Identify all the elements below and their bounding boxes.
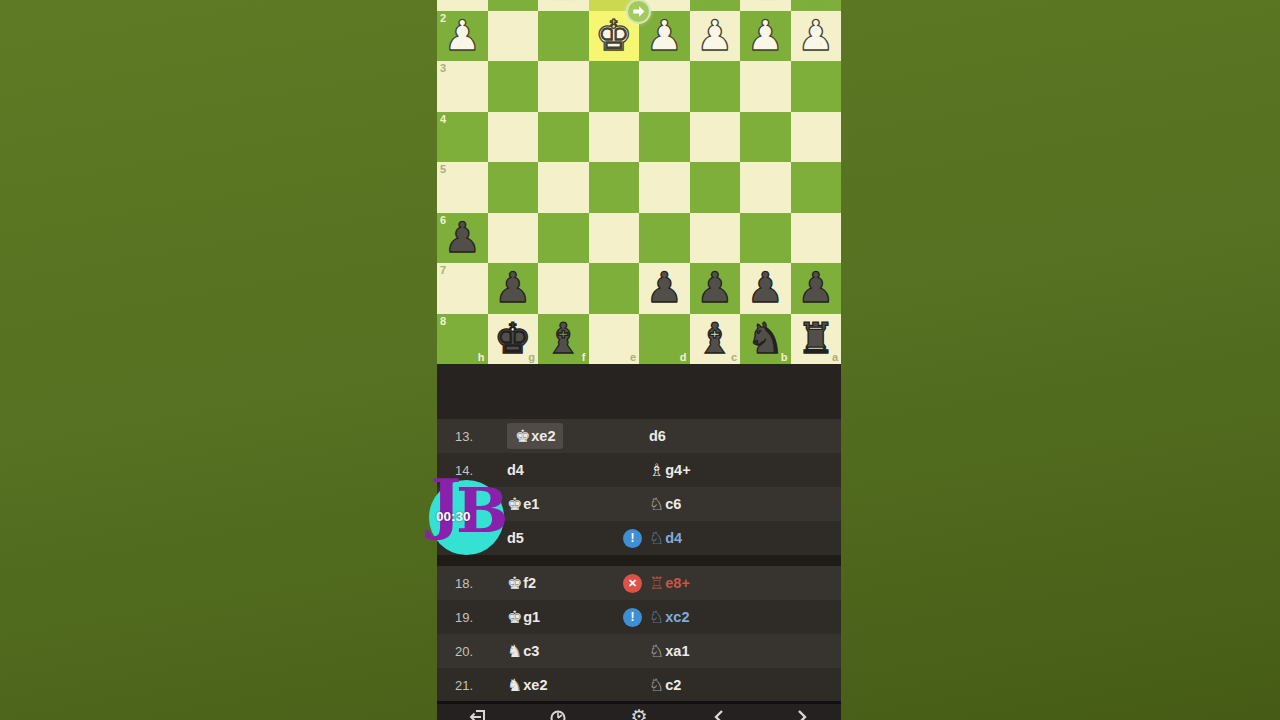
square-h2[interactable]: 2♟ — [437, 11, 488, 62]
square-a1[interactable]: ♜ — [791, 0, 842, 11]
white-move-cell[interactable]: ♚f2 — [495, 573, 623, 593]
piece-black-pawn-c7: ♟ — [690, 263, 741, 313]
figurine-white-n: ♞ — [507, 675, 522, 695]
square-c8[interactable]: c♝ — [690, 314, 741, 365]
square-e3[interactable] — [589, 61, 640, 112]
piece-white-bishop-f1: ♝ — [538, 0, 589, 10]
prev-move-chevron-icon[interactable] — [679, 704, 760, 720]
square-h7[interactable]: 7 — [437, 263, 488, 314]
black-move-cell[interactable]: ♘c2 — [623, 675, 841, 695]
figurine-white-k: ♚ — [507, 573, 522, 593]
square-c5[interactable] — [690, 162, 741, 213]
square-c1[interactable]: ♝ — [690, 0, 741, 11]
square-a6[interactable] — [791, 213, 842, 264]
black-move-cell[interactable]: d6 — [623, 428, 841, 444]
square-d3[interactable] — [639, 61, 690, 112]
annotation-slot: ! — [623, 529, 649, 548]
rank-label-8: 8 — [440, 315, 446, 327]
square-b2[interactable]: ♟ — [740, 11, 791, 62]
square-e5[interactable] — [589, 162, 640, 213]
black-move-cell[interactable]: !♘xc2 — [623, 607, 841, 627]
white-move-cell[interactable]: ♞c3 — [495, 641, 623, 661]
square-h4[interactable]: 4 — [437, 112, 488, 163]
square-a5[interactable] — [791, 162, 842, 213]
square-h8[interactable]: 8h — [437, 314, 488, 365]
move-row-20: 20.♞c3♘xa1 — [437, 634, 841, 668]
piece-black-pawn-b7: ♟ — [740, 263, 791, 313]
next-move-arrow-icon[interactable] — [626, 0, 651, 24]
move-row-21: 21.♞xe2♘c2 — [437, 668, 841, 702]
square-f8[interactable]: f♝ — [538, 314, 589, 365]
figurine-black-n: ♘ — [649, 641, 664, 661]
figurine-white-k: ♚ — [515, 426, 530, 446]
file-label-g: g — [528, 351, 535, 363]
square-f4[interactable] — [538, 112, 589, 163]
move-number: 13. — [437, 429, 495, 444]
move-number: 18. — [437, 576, 495, 591]
good-move-icon: ! — [623, 608, 642, 627]
piece-black-pawn-g7: ♟ — [488, 263, 539, 313]
square-g4[interactable] — [488, 112, 539, 163]
square-a4[interactable] — [791, 112, 842, 163]
square-h1[interactable]: 1 — [437, 0, 488, 11]
piece-white-bishop-c1: ♝ — [690, 0, 741, 10]
phone-screen: 1♝♝♞♜2♟♚♟♟♟♟3456♟7♟♟♟♟♟8hg♚f♝edc♝b♞a♜ 13… — [437, 0, 841, 720]
square-g3[interactable] — [488, 61, 539, 112]
file-label-b: b — [781, 351, 788, 363]
white-move-cell[interactable]: ♞xe2 — [495, 675, 623, 695]
piece-black-pawn-a7: ♟ — [791, 263, 842, 313]
bottom-navbar: ⚙ — [437, 701, 841, 720]
white-move-cell[interactable]: ♚xe2 — [495, 423, 623, 449]
square-d8[interactable]: d — [639, 314, 690, 365]
piece-black-pawn-d7: ♟ — [639, 263, 690, 313]
square-d7[interactable]: ♟ — [639, 263, 690, 314]
rank-label-4: 4 — [440, 113, 446, 125]
white-move-cell[interactable]: d5 — [495, 530, 623, 546]
move-row-19: 19.♚g1!♘xc2 — [437, 600, 841, 634]
black-move-cell[interactable]: ♘xa1 — [623, 641, 841, 661]
file-label-h: h — [478, 351, 485, 363]
settings-gear-icon: ⚙ — [630, 706, 647, 720]
square-c4[interactable] — [690, 112, 741, 163]
figurine-black-n: ♘ — [649, 607, 664, 627]
figurine-black-n: ♘ — [649, 494, 664, 514]
square-d6[interactable] — [639, 213, 690, 264]
next-move-chevron-icon[interactable] — [760, 704, 841, 720]
square-g6[interactable] — [488, 213, 539, 264]
square-a2[interactable]: ♟ — [791, 11, 842, 62]
square-f2[interactable] — [538, 11, 589, 62]
square-f7[interactable] — [538, 263, 589, 314]
rank-label-3: 3 — [440, 62, 446, 74]
black-move-cell[interactable]: ✕♖e8+ — [623, 573, 841, 593]
square-b6[interactable] — [740, 213, 791, 264]
square-b8[interactable]: b♞ — [740, 314, 791, 365]
file-label-d: d — [680, 351, 687, 363]
move-list-top-band — [437, 364, 841, 419]
exit-icon[interactable] — [437, 704, 518, 720]
piece-white-pawn-a2: ♟ — [791, 11, 842, 61]
square-g1[interactable] — [488, 0, 539, 11]
file-label-f: f — [582, 351, 586, 363]
square-f1[interactable]: ♝ — [538, 0, 589, 11]
square-h6[interactable]: 6♟ — [437, 213, 488, 264]
square-a3[interactable] — [791, 61, 842, 112]
square-f5[interactable] — [538, 162, 589, 213]
annotation-slot: ! — [623, 608, 649, 627]
square-g2[interactable] — [488, 11, 539, 62]
file-label-a: a — [832, 351, 838, 363]
square-g7[interactable]: ♟ — [488, 263, 539, 314]
rank-label-5: 5 — [440, 163, 446, 175]
timer-icon[interactable] — [518, 704, 599, 720]
square-f6[interactable] — [538, 213, 589, 264]
figurine-black-b: ♗ — [649, 460, 664, 480]
piece-white-rook-a1: ♜ — [791, 0, 842, 10]
square-a7[interactable]: ♟ — [791, 263, 842, 314]
square-e4[interactable] — [589, 112, 640, 163]
square-c2[interactable]: ♟ — [690, 11, 741, 62]
square-h3[interactable]: 3 — [437, 61, 488, 112]
square-d5[interactable] — [639, 162, 690, 213]
square-e7[interactable] — [589, 263, 640, 314]
square-e8[interactable]: e — [589, 314, 640, 365]
square-a8[interactable]: a♜ — [791, 314, 842, 365]
square-h5[interactable]: 5 — [437, 162, 488, 213]
rank-label-6: 6 — [440, 214, 446, 226]
square-f3[interactable] — [538, 61, 589, 112]
figurine-black-r: ♖ — [649, 573, 664, 593]
move-number: 21. — [437, 678, 495, 693]
move-row-13: 13.♚xe2d6 — [437, 419, 841, 453]
countdown-clock: 00:30 — [436, 509, 471, 524]
white-move-cell[interactable]: d4 — [495, 462, 623, 478]
selected-move-highlight: ♚xe2 — [507, 423, 563, 449]
figurine-white-k: ♚ — [507, 607, 522, 627]
figurine-white-n: ♞ — [507, 641, 522, 661]
square-b3[interactable] — [740, 61, 791, 112]
square-b1[interactable]: ♞ — [740, 0, 791, 11]
square-d4[interactable] — [639, 112, 690, 163]
move-row-18: 18.♚f2✕♖e8+ — [437, 566, 841, 600]
move-number: 20. — [437, 644, 495, 659]
piece-white-pawn-b2: ♟ — [740, 11, 791, 61]
white-move-cell[interactable]: ♚e1 — [495, 494, 623, 514]
black-move-cell[interactable]: !♘d4 — [623, 528, 841, 548]
file-label-e: e — [630, 351, 636, 363]
figurine-black-n: ♘ — [649, 528, 664, 548]
square-b4[interactable] — [740, 112, 791, 163]
annotation-slot: ✕ — [623, 574, 649, 593]
good-move-icon: ! — [623, 529, 642, 548]
rank-label-7: 7 — [440, 264, 446, 276]
piece-white-pawn-c2: ♟ — [690, 11, 741, 61]
square-c6[interactable] — [690, 213, 741, 264]
square-b7[interactable]: ♟ — [740, 263, 791, 314]
figurine-white-k: ♚ — [507, 494, 522, 514]
miss-icon: ✕ — [623, 574, 642, 593]
chess-board: 1♝♝♞♜2♟♚♟♟♟♟3456♟7♟♟♟♟♟8hg♚f♝edc♝b♞a♜ — [437, 0, 841, 364]
settings-gear-icon[interactable]: ⚙ — [599, 704, 680, 720]
square-g5[interactable] — [488, 162, 539, 213]
piece-white-knight-b1: ♞ — [740, 0, 791, 10]
square-c3[interactable] — [690, 61, 741, 112]
square-c7[interactable]: ♟ — [690, 263, 741, 314]
figurine-black-n: ♘ — [649, 675, 664, 695]
square-b5[interactable] — [740, 162, 791, 213]
move-list-divider — [437, 555, 841, 566]
white-move-cell[interactable]: ♚g1 — [495, 607, 623, 627]
rank-label-2: 2 — [440, 12, 446, 24]
square-g8[interactable]: g♚ — [488, 314, 539, 365]
black-move-cell[interactable]: ♘c6 — [623, 494, 841, 514]
black-move-cell[interactable]: ♗g4+ — [623, 460, 841, 480]
file-label-c: c — [731, 351, 737, 363]
move-number: 19. — [437, 610, 495, 625]
square-e6[interactable] — [589, 213, 640, 264]
